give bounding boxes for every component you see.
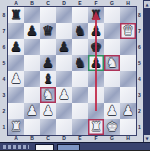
square-d7[interactable]	[56, 23, 72, 39]
square-e6[interactable]	[72, 39, 88, 55]
piece-white-king: ♚	[104, 119, 120, 135]
square-h8[interactable]	[120, 7, 136, 23]
coordinate-label: 2	[136, 103, 143, 119]
square-g8[interactable]	[104, 7, 120, 23]
file-labels-bottom: ABCDEFGH	[8, 135, 136, 142]
square-e8[interactable]	[72, 7, 88, 23]
coordinate-label: F	[88, 0, 104, 7]
square-b2[interactable]: ♟	[24, 103, 40, 119]
piece-white-knight: ♞	[40, 87, 56, 103]
coordinate-label: B	[24, 0, 40, 7]
square-h7[interactable]: ♛	[120, 23, 136, 39]
board: ♜♜♟♛♞♟♛♟♟♚♟♞♟♞♟♝♞♟♟♟♟♟♜♜♚	[8, 7, 136, 135]
coordinate-label: 6	[0, 39, 8, 55]
square-b3[interactable]	[24, 87, 40, 103]
coordinate-label: B	[24, 135, 40, 142]
square-e4[interactable]	[72, 71, 88, 87]
square-c8[interactable]	[40, 7, 56, 23]
square-h6[interactable]	[120, 39, 136, 55]
coordinate-label: 3	[136, 87, 143, 103]
piece-white-pawn: ♟	[56, 87, 72, 103]
toolbar-button[interactable]	[57, 144, 80, 151]
coordinate-label: 4	[0, 71, 8, 87]
coordinate-label: A	[8, 0, 24, 7]
square-a7[interactable]	[8, 23, 24, 39]
square-b6[interactable]	[24, 39, 40, 55]
square-g6[interactable]	[104, 39, 120, 55]
file-labels-top: ABCDEFGH	[8, 0, 136, 7]
coordinate-label: D	[56, 0, 72, 7]
piece-black-king: ♚	[88, 39, 104, 55]
square-b1[interactable]	[24, 119, 40, 135]
piece-black-pawn: ♟	[56, 39, 72, 55]
coordinate-label: 5	[0, 55, 8, 71]
square-c5[interactable]: ♟	[40, 55, 56, 71]
coordinate-label: 2	[0, 103, 8, 119]
square-f1[interactable]: ♜	[88, 119, 104, 135]
piece-white-pawn: ♟	[8, 71, 24, 87]
piece-black-pawn: ♟	[8, 39, 24, 55]
piece-white-queen: ♛	[120, 23, 136, 39]
square-a5[interactable]	[8, 55, 24, 71]
square-c4[interactable]: ♝	[40, 71, 56, 87]
square-g7[interactable]	[104, 23, 120, 39]
square-e3[interactable]	[72, 87, 88, 103]
chess-app-window: ABCDEFGH ABCDEFGH 87654321 87654321 ♜♜♟♛…	[0, 0, 150, 150]
square-c3[interactable]: ♞	[40, 87, 56, 103]
square-g5[interactable]: ♞	[104, 55, 120, 71]
square-f5[interactable]: ♟	[88, 55, 104, 71]
square-a1[interactable]: ♜	[8, 119, 24, 135]
square-b4[interactable]	[24, 71, 40, 87]
coordinate-label: 3	[0, 87, 8, 103]
square-h4[interactable]	[120, 71, 136, 87]
square-a3[interactable]	[8, 87, 24, 103]
square-c1[interactable]	[40, 119, 56, 135]
square-e5[interactable]: ♞	[72, 55, 88, 71]
piece-black-pawn: ♟	[88, 23, 104, 39]
square-g3[interactable]	[104, 87, 120, 103]
coordinate-label: 1	[0, 119, 8, 135]
square-f7[interactable]: ♟	[88, 23, 104, 39]
square-d1[interactable]	[56, 119, 72, 135]
move-counter-text	[3, 145, 29, 149]
square-a4[interactable]: ♟	[8, 71, 24, 87]
piece-white-pawn: ♟	[120, 103, 136, 119]
piece-black-pawn: ♟	[24, 23, 40, 39]
square-c7[interactable]: ♛	[40, 23, 56, 39]
square-f2[interactable]	[88, 103, 104, 119]
scroll-up-arrow-icon[interactable]: ▲	[144, 1, 150, 8]
square-h2[interactable]: ♟	[120, 103, 136, 119]
square-d4[interactable]	[56, 71, 72, 87]
square-a2[interactable]	[8, 103, 24, 119]
coordinate-label: C	[40, 135, 56, 142]
coordinate-label: 6	[136, 39, 143, 55]
coordinate-label: A	[8, 135, 24, 142]
square-a6[interactable]: ♟	[8, 39, 24, 55]
square-d5[interactable]	[56, 55, 72, 71]
moves-dropdown[interactable]	[35, 144, 54, 151]
board-frame-corner	[136, 0, 143, 7]
square-b8[interactable]	[24, 7, 40, 23]
coordinate-label: 5	[136, 55, 143, 71]
piece-black-rook: ♜	[88, 7, 104, 23]
scrollbar[interactable]: ▲ ▼	[143, 0, 150, 142]
square-d3[interactable]: ♟	[56, 87, 72, 103]
coordinate-label: E	[72, 0, 88, 7]
coordinate-label: C	[40, 0, 56, 7]
coordinate-label: 7	[136, 23, 143, 39]
square-h1[interactable]	[120, 119, 136, 135]
rank-labels-right: 87654321	[136, 7, 143, 135]
coordinate-label: D	[56, 135, 72, 142]
square-e1[interactable]	[72, 119, 88, 135]
rank-labels-left: 87654321	[0, 7, 8, 135]
board-frame-corner	[136, 135, 143, 142]
square-e7[interactable]: ♞	[72, 23, 88, 39]
board-frame-corner	[0, 135, 8, 142]
coordinate-label: G	[104, 135, 120, 142]
piece-black-queen: ♛	[40, 23, 56, 39]
scroll-down-arrow-icon[interactable]: ▼	[144, 135, 150, 142]
coordinate-label: 4	[136, 71, 143, 87]
square-c2[interactable]: ♟	[40, 103, 56, 119]
piece-black-rook: ♜	[8, 7, 24, 23]
piece-white-rook: ♜	[8, 119, 24, 135]
coordinate-label: 8	[0, 7, 8, 23]
piece-black-bishop: ♝	[40, 71, 56, 87]
square-g1[interactable]: ♚	[104, 119, 120, 135]
status-toolbar	[0, 142, 150, 150]
square-c6[interactable]	[40, 39, 56, 55]
board-frame-corner	[0, 0, 8, 7]
coordinate-label: H	[120, 135, 136, 142]
piece-white-pawn: ♟	[24, 103, 40, 119]
coordinate-label: H	[120, 0, 136, 7]
coordinate-label: 8	[136, 7, 143, 23]
piece-black-knight: ♞	[72, 23, 88, 39]
square-g4[interactable]	[104, 71, 120, 87]
piece-white-pawn: ♟	[104, 103, 120, 119]
square-d8[interactable]	[56, 7, 72, 23]
piece-black-knight: ♞	[72, 55, 88, 71]
piece-black-pawn: ♟	[40, 55, 56, 71]
coordinate-label: 1	[136, 119, 143, 135]
square-b5[interactable]	[24, 55, 40, 71]
coordinate-label: E	[72, 135, 88, 142]
square-f4[interactable]	[88, 71, 104, 87]
square-a8[interactable]: ♜	[8, 7, 24, 23]
piece-black-pawn: ♟	[88, 55, 104, 71]
square-e2[interactable]	[72, 103, 88, 119]
square-h3[interactable]	[120, 87, 136, 103]
square-f3[interactable]	[88, 87, 104, 103]
piece-white-rook: ♜	[88, 119, 104, 135]
coordinate-label: 7	[0, 23, 8, 39]
square-f8[interactable]: ♜	[88, 7, 104, 23]
square-g2[interactable]: ♟	[104, 103, 120, 119]
square-b7[interactable]: ♟	[24, 23, 40, 39]
square-d6[interactable]: ♟	[56, 39, 72, 55]
square-h5[interactable]	[120, 55, 136, 71]
square-d2[interactable]	[56, 103, 72, 119]
coordinate-label: G	[104, 0, 120, 7]
piece-white-knight: ♞	[104, 55, 120, 71]
coordinate-label: F	[88, 135, 104, 142]
square-f6[interactable]: ♚	[88, 39, 104, 55]
piece-white-pawn: ♟	[40, 103, 56, 119]
